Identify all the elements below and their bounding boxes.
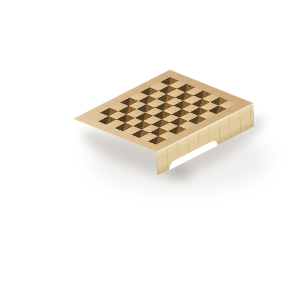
- camera-tilt: [0, 0, 300, 300]
- product-photo: [0, 0, 300, 300]
- photo-scene: [0, 0, 300, 300]
- foot-arch-cutout-left: [169, 139, 218, 171]
